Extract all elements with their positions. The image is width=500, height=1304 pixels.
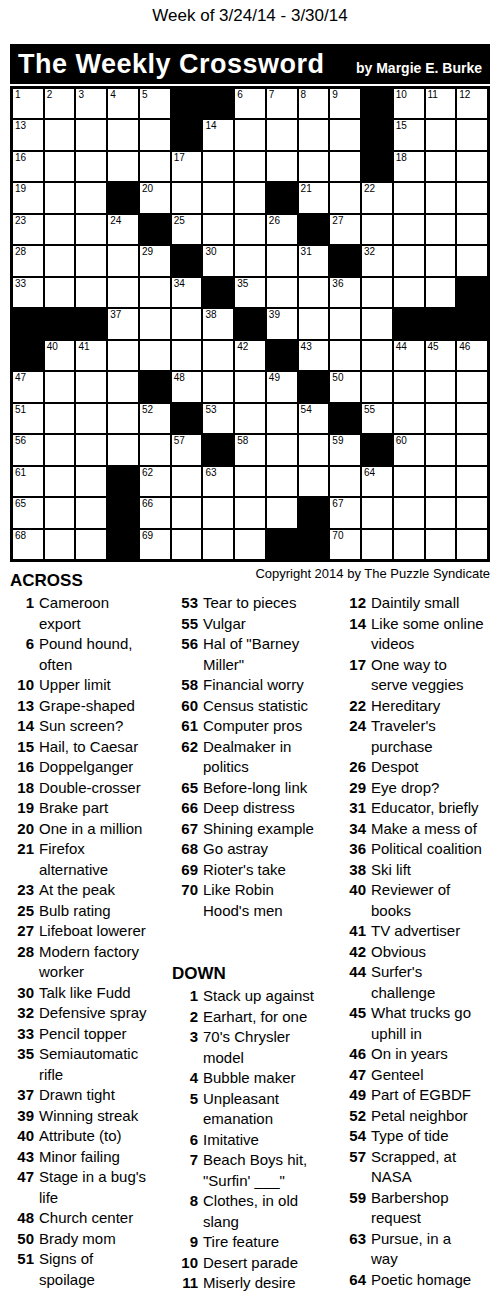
grid-cell[interactable]: 18 <box>393 151 425 182</box>
clue-number: 5 <box>172 1089 203 1130</box>
clue-text: On in years <box>371 1044 499 1065</box>
grid-cell[interactable] <box>107 119 139 150</box>
black-cell <box>171 403 203 434</box>
grid-cell[interactable]: 45 <box>425 340 457 371</box>
down-clue: 22Hereditary <box>340 696 499 717</box>
grid-cell[interactable] <box>75 466 107 497</box>
clue-column-1: ACROSS 1Cameroonexport6Pound hound,often… <box>10 571 172 1294</box>
grid-cell[interactable]: 4 <box>107 88 139 119</box>
grid-cell[interactable] <box>107 277 139 308</box>
grid-cell[interactable] <box>171 182 203 213</box>
clue-number: 50 <box>10 1229 39 1250</box>
grid-cell[interactable] <box>329 466 361 497</box>
cell-number: 52 <box>142 405 153 415</box>
grid-cell[interactable] <box>171 497 203 528</box>
grid-cell[interactable]: 33 <box>12 277 44 308</box>
grid-cell[interactable] <box>393 182 425 213</box>
grid-cell[interactable] <box>266 403 298 434</box>
cell-number: 6 <box>237 90 243 100</box>
cell-number: 33 <box>15 279 26 289</box>
cell-number: 9 <box>332 90 338 100</box>
grid-cell[interactable] <box>202 151 234 182</box>
grid-cell[interactable]: 19 <box>12 182 44 213</box>
grid-cell[interactable]: 36 <box>329 277 361 308</box>
grid-cell[interactable]: 69 <box>139 529 171 560</box>
down-clue: 7Beach Boys hit,"Surfin' ___" <box>172 1150 340 1191</box>
clue-number: 4 <box>172 1068 203 1089</box>
grid-cell[interactable]: 54 <box>298 403 330 434</box>
grid-cell[interactable] <box>44 214 76 245</box>
grid-cell[interactable] <box>202 214 234 245</box>
clue-text: Firefoxalternative <box>39 839 172 880</box>
grid-cell[interactable] <box>393 529 425 560</box>
across-clue: 55Vulgar <box>172 614 340 635</box>
grid-cell[interactable]: 61 <box>12 466 44 497</box>
grid-cell[interactable] <box>234 497 266 528</box>
down-clue: 45What trucks gouphill in <box>340 1003 499 1044</box>
grid-cell[interactable] <box>75 371 107 402</box>
grid-cell[interactable]: 30 <box>202 245 234 276</box>
across-clue: 18Double-crosser <box>10 778 172 799</box>
grid-cell[interactable] <box>266 119 298 150</box>
grid-cell[interactable]: 10 <box>393 88 425 119</box>
grid-cell[interactable] <box>393 466 425 497</box>
grid-cell[interactable]: 43 <box>298 340 330 371</box>
grid-cell[interactable] <box>107 245 139 276</box>
grid-cell[interactable] <box>234 151 266 182</box>
grid-cell[interactable]: 24 <box>107 214 139 245</box>
across-clue: 30Talk like Fudd <box>10 983 172 1004</box>
across-clue: 40Attribute (to) <box>10 1126 172 1147</box>
grid-cell[interactable]: 13 <box>12 119 44 150</box>
clue-number: 47 <box>340 1065 371 1086</box>
grid-cell[interactable] <box>393 403 425 434</box>
grid-cell[interactable] <box>456 214 488 245</box>
cell-number: 51 <box>15 405 26 415</box>
grid-cell[interactable]: 2 <box>44 88 76 119</box>
grid-cell[interactable] <box>361 340 393 371</box>
grid-cell[interactable]: 41 <box>75 340 107 371</box>
grid-cell[interactable]: 67 <box>329 497 361 528</box>
grid-cell[interactable]: 66 <box>139 497 171 528</box>
clue-text: Minor failing <box>39 1147 172 1168</box>
clue-text: Pursue, in away <box>371 1229 499 1270</box>
grid-cell[interactable] <box>361 277 393 308</box>
clue-text: Political coalition <box>371 839 499 860</box>
grid-cell[interactable]: 58 <box>234 434 266 465</box>
grid-cell[interactable] <box>425 277 457 308</box>
clue-number: 39 <box>10 1106 39 1127</box>
grid-cell[interactable] <box>425 119 457 150</box>
black-cell <box>456 277 488 308</box>
clue-text: Deep distress <box>203 798 340 819</box>
across-clue: 25Bulb rating <box>10 901 172 922</box>
grid-cell[interactable] <box>456 403 488 434</box>
grid-cell[interactable]: 68 <box>12 529 44 560</box>
grid-cell[interactable]: 1 <box>12 88 44 119</box>
clue-number: 14 <box>10 716 39 737</box>
grid-cell[interactable] <box>75 497 107 528</box>
grid-cell[interactable]: 60 <box>393 434 425 465</box>
grid-cell[interactable] <box>107 434 139 465</box>
grid-cell[interactable] <box>456 371 488 402</box>
grid-cell[interactable] <box>107 371 139 402</box>
grid-cell[interactable] <box>266 497 298 528</box>
cell-number: 8 <box>301 90 307 100</box>
grid-cell[interactable]: 8 <box>298 88 330 119</box>
grid-cell[interactable] <box>329 119 361 150</box>
clue-number: 30 <box>10 983 39 1004</box>
grid-cell[interactable]: 50 <box>329 371 361 402</box>
grid-cell[interactable] <box>425 214 457 245</box>
down-clue: 4Bubble maker <box>172 1068 340 1089</box>
down-clue: 14Like some onlinevideos <box>340 614 499 655</box>
clue-text: Reviewer ofbooks <box>371 880 499 921</box>
grid-cell[interactable] <box>425 245 457 276</box>
grid-cell[interactable] <box>298 151 330 182</box>
grid-cell[interactable] <box>234 182 266 213</box>
grid-cell[interactable]: 14 <box>202 119 234 150</box>
grid-cell[interactable] <box>202 340 234 371</box>
grid-cell[interactable] <box>75 403 107 434</box>
grid-cell[interactable] <box>266 151 298 182</box>
grid-cell[interactable] <box>425 182 457 213</box>
clue-text: Dealmaker inpolitics <box>203 737 340 778</box>
clue-number: 8 <box>172 1191 203 1232</box>
grid-cell[interactable] <box>329 308 361 339</box>
cell-number: 41 <box>78 342 89 352</box>
grid-cell[interactable]: 52 <box>139 403 171 434</box>
cell-number: 65 <box>15 499 26 509</box>
clue-text: Despot <box>371 757 499 778</box>
grid-cell[interactable] <box>107 151 139 182</box>
clue-text: Beach Boys hit,"Surfin' ___" <box>203 1150 340 1191</box>
grid-cell[interactable]: 34 <box>171 277 203 308</box>
grid-cell[interactable] <box>456 466 488 497</box>
grid-cell[interactable] <box>44 245 76 276</box>
clue-text: Type of tide <box>371 1126 499 1147</box>
clue-number: 19 <box>10 798 39 819</box>
black-cell <box>298 214 330 245</box>
grid-cell[interactable]: 64 <box>361 466 393 497</box>
grid-cell[interactable]: 20 <box>139 182 171 213</box>
clue-text: Census statistic <box>203 696 340 717</box>
clue-number: 7 <box>172 1150 203 1191</box>
grid-cell[interactable] <box>202 182 234 213</box>
grid-cell[interactable] <box>456 245 488 276</box>
grid-cell[interactable] <box>107 340 139 371</box>
grid-cell[interactable] <box>298 119 330 150</box>
grid-cell[interactable] <box>266 245 298 276</box>
grid-cell[interactable]: 53 <box>202 403 234 434</box>
clue-number: 33 <box>10 1024 39 1045</box>
grid-cell[interactable]: 46 <box>456 340 488 371</box>
grid-cell[interactable] <box>456 434 488 465</box>
grid-cell[interactable] <box>393 245 425 276</box>
cell-number: 38 <box>205 310 216 320</box>
clue-text: Daintily small <box>371 593 499 614</box>
grid-cell[interactable]: 26 <box>266 214 298 245</box>
grid-cell[interactable] <box>425 403 457 434</box>
grid-cell[interactable] <box>202 529 234 560</box>
cell-number: 45 <box>428 342 439 352</box>
grid-cell[interactable]: 17 <box>171 151 203 182</box>
grid-cell[interactable] <box>234 245 266 276</box>
grid-cell[interactable] <box>44 151 76 182</box>
clue-column-3: 12Daintily small14Like some onlinevideos… <box>340 571 499 1294</box>
grid-cell[interactable] <box>234 214 266 245</box>
grid-cell[interactable] <box>298 466 330 497</box>
cell-number: 24 <box>110 216 121 226</box>
grid-cell[interactable]: 39 <box>266 308 298 339</box>
grid-cell[interactable]: 23 <box>12 214 44 245</box>
grid-cell[interactable]: 62 <box>139 466 171 497</box>
grid-cell[interactable]: 38 <box>202 308 234 339</box>
grid-cell[interactable] <box>425 466 457 497</box>
black-cell <box>393 308 425 339</box>
grid-cell[interactable]: 5 <box>139 88 171 119</box>
grid-cell[interactable]: 47 <box>12 371 44 402</box>
grid-cell[interactable]: 7 <box>266 88 298 119</box>
grid-cell[interactable]: 22 <box>361 182 393 213</box>
grid-cell[interactable] <box>75 182 107 213</box>
grid-cell[interactable] <box>44 434 76 465</box>
cell-number: 5 <box>142 90 148 100</box>
grid-cell[interactable] <box>425 434 457 465</box>
grid-cell[interactable]: 11 <box>425 88 457 119</box>
grid-cell[interactable] <box>44 403 76 434</box>
clue-text: Pencil topper <box>39 1024 172 1045</box>
grid-cell[interactable] <box>234 371 266 402</box>
cell-number: 25 <box>174 216 185 226</box>
clue-text: Vulgar <box>203 614 340 635</box>
grid-cell[interactable] <box>456 119 488 150</box>
grid-cell[interactable] <box>425 151 457 182</box>
grid-cell[interactable]: 55 <box>361 403 393 434</box>
grid-cell[interactable] <box>75 245 107 276</box>
grid-cell[interactable]: 25 <box>171 214 203 245</box>
title-banner: The Weekly Crossword by Margie E. Burke <box>10 44 490 84</box>
grid-cell[interactable] <box>171 340 203 371</box>
black-cell <box>44 308 76 339</box>
grid-cell[interactable] <box>44 119 76 150</box>
down-clue: 38Ski lift <box>340 860 499 881</box>
grid-cell[interactable]: 44 <box>393 340 425 371</box>
cell-number: 67 <box>332 499 343 509</box>
grid-cell[interactable]: 6 <box>234 88 266 119</box>
clue-number: 41 <box>340 921 371 942</box>
grid-cell[interactable] <box>44 466 76 497</box>
black-cell <box>456 308 488 339</box>
grid-cell[interactable]: 9 <box>329 88 361 119</box>
clue-text: What trucks gouphill in <box>371 1003 499 1044</box>
clue-text: TV advertiser <box>371 921 499 942</box>
grid-cell[interactable] <box>139 277 171 308</box>
grid-cell[interactable] <box>361 214 393 245</box>
down-clue: 12Daintily small <box>340 593 499 614</box>
grid-cell[interactable]: 40 <box>44 340 76 371</box>
grid-cell[interactable] <box>171 308 203 339</box>
grid-cell[interactable] <box>75 529 107 560</box>
grid-cell[interactable]: 70 <box>329 529 361 560</box>
grid-cell[interactable]: 49 <box>266 371 298 402</box>
clues-section: ACROSS 1Cameroonexport6Pound hound,often… <box>10 571 499 1294</box>
grid-cell[interactable] <box>393 371 425 402</box>
grid-cell[interactable] <box>266 277 298 308</box>
clue-text: Computer pros <box>203 716 340 737</box>
down-clue: 52Petal neighbor <box>340 1106 499 1127</box>
grid-cell[interactable]: 56 <box>12 434 44 465</box>
grid-cell[interactable] <box>425 497 457 528</box>
grid-cell[interactable]: 65 <box>12 497 44 528</box>
grid-cell[interactable] <box>266 434 298 465</box>
grid-cell[interactable] <box>234 466 266 497</box>
grid-cell[interactable] <box>425 371 457 402</box>
clue-number: 49 <box>340 1085 371 1106</box>
grid-cell[interactable] <box>329 182 361 213</box>
grid-cell[interactable] <box>139 151 171 182</box>
cell-number: 27 <box>332 216 343 226</box>
grid-cell[interactable] <box>44 497 76 528</box>
grid-cell[interactable]: 42 <box>234 340 266 371</box>
down-clue: 17One way toserve veggies <box>340 655 499 696</box>
grid-cell[interactable]: 28 <box>12 245 44 276</box>
down-clue: 59Barbershoprequest <box>340 1188 499 1229</box>
grid-cell[interactable] <box>456 182 488 213</box>
clue-number: 60 <box>172 696 203 717</box>
across-clue: 53Tear to pieces <box>172 593 340 614</box>
grid-cell[interactable] <box>139 308 171 339</box>
grid-cell[interactable] <box>44 371 76 402</box>
grid-cell[interactable]: 3 <box>75 88 107 119</box>
cell-number: 30 <box>205 247 216 257</box>
grid-cell[interactable]: 16 <box>12 151 44 182</box>
grid-cell[interactable]: 15 <box>393 119 425 150</box>
grid-cell[interactable] <box>361 308 393 339</box>
grid-cell[interactable] <box>234 119 266 150</box>
grid-cell[interactable] <box>456 529 488 560</box>
grid-cell[interactable] <box>202 497 234 528</box>
grid-cell[interactable]: 27 <box>329 214 361 245</box>
grid-cell[interactable]: 57 <box>171 434 203 465</box>
grid-cell[interactable] <box>298 277 330 308</box>
grid-cell[interactable] <box>139 340 171 371</box>
grid-cell[interactable] <box>393 214 425 245</box>
clue-text: Make a mess of <box>371 819 499 840</box>
grid-cell[interactable] <box>361 497 393 528</box>
grid-cell[interactable] <box>234 529 266 560</box>
down-clue: 49Part of EGBDF <box>340 1085 499 1106</box>
grid-cell[interactable] <box>75 119 107 150</box>
clue-text: Winning streak <box>39 1106 172 1127</box>
grid-cell[interactable] <box>107 403 139 434</box>
grid-cell[interactable] <box>298 308 330 339</box>
clue-text: Brake part <box>39 798 172 819</box>
black-cell <box>171 119 203 150</box>
grid-cell[interactable] <box>139 434 171 465</box>
clue-text: Defensive spray <box>39 1003 172 1024</box>
grid-cell[interactable] <box>75 277 107 308</box>
grid-cell[interactable]: 37 <box>107 308 139 339</box>
grid-cell[interactable] <box>456 151 488 182</box>
clue-text: Modern factoryworker <box>39 942 172 983</box>
black-cell <box>329 403 361 434</box>
clue-text: Doppelganger <box>39 757 172 778</box>
grid-cell[interactable] <box>393 497 425 528</box>
grid-cell[interactable] <box>298 434 330 465</box>
down-clue: 63Pursue, in away <box>340 1229 499 1270</box>
across-clue: 47Stage in a bug'slife <box>10 1167 172 1208</box>
grid-cell[interactable] <box>329 151 361 182</box>
clue-number: 32 <box>10 1003 39 1024</box>
grid-cell[interactable]: 35 <box>234 277 266 308</box>
clue-number: 65 <box>172 778 203 799</box>
grid-cell[interactable] <box>361 529 393 560</box>
grid-cell[interactable] <box>266 466 298 497</box>
cell-number: 60 <box>396 436 407 446</box>
grid-cell[interactable] <box>75 214 107 245</box>
across-clue: 32Defensive spray <box>10 1003 172 1024</box>
clue-number: 12 <box>340 593 371 614</box>
clue-text: Double-crosser <box>39 778 172 799</box>
across-clue: 39Winning streak <box>10 1106 172 1127</box>
grid-cell[interactable] <box>425 529 457 560</box>
clue-number: 37 <box>10 1085 39 1106</box>
grid-cell[interactable] <box>329 340 361 371</box>
clue-text: Barbershoprequest <box>371 1188 499 1229</box>
grid-cell[interactable]: 51 <box>12 403 44 434</box>
black-cell <box>107 466 139 497</box>
clue-number: 3 <box>172 1027 203 1068</box>
grid-cell[interactable] <box>456 497 488 528</box>
clue-text: Hail, to Caesar <box>39 737 172 758</box>
clue-number: 9 <box>172 1232 203 1253</box>
clue-number: 10 <box>10 675 39 696</box>
grid-cell[interactable]: 32 <box>361 245 393 276</box>
grid-cell[interactable] <box>139 119 171 150</box>
grid-cell[interactable] <box>44 182 76 213</box>
clue-text: Imitative <box>203 1130 340 1151</box>
clue-text: Shining example <box>203 819 340 840</box>
down-clue: 8Clothes, in oldslang <box>172 1191 340 1232</box>
grid-cell[interactable]: 12 <box>456 88 488 119</box>
grid-cell[interactable] <box>171 529 203 560</box>
cell-number: 53 <box>205 405 216 415</box>
grid-cell[interactable] <box>202 371 234 402</box>
grid-cell[interactable] <box>44 529 76 560</box>
grid-cell[interactable]: 63 <box>202 466 234 497</box>
grid-cell[interactable] <box>44 277 76 308</box>
grid-cell[interactable]: 59 <box>329 434 361 465</box>
grid-cell[interactable]: 31 <box>298 245 330 276</box>
clue-text: Earhart, for one <box>203 1007 340 1028</box>
grid-cell[interactable]: 29 <box>139 245 171 276</box>
grid-cell[interactable] <box>234 403 266 434</box>
grid-cell[interactable] <box>393 277 425 308</box>
cell-number: 49 <box>269 373 280 383</box>
black-cell <box>298 497 330 528</box>
clue-text: Hereditary <box>371 696 499 717</box>
cell-number: 26 <box>269 216 280 226</box>
grid-cell[interactable] <box>361 371 393 402</box>
down-clue: 64Poetic homage <box>340 1270 499 1291</box>
grid-cell[interactable]: 21 <box>298 182 330 213</box>
grid-cell[interactable]: 48 <box>171 371 203 402</box>
grid-cell[interactable] <box>171 466 203 497</box>
grid-cell[interactable] <box>75 151 107 182</box>
grid-cell[interactable] <box>75 434 107 465</box>
clue-text: Cameroonexport <box>39 593 172 634</box>
